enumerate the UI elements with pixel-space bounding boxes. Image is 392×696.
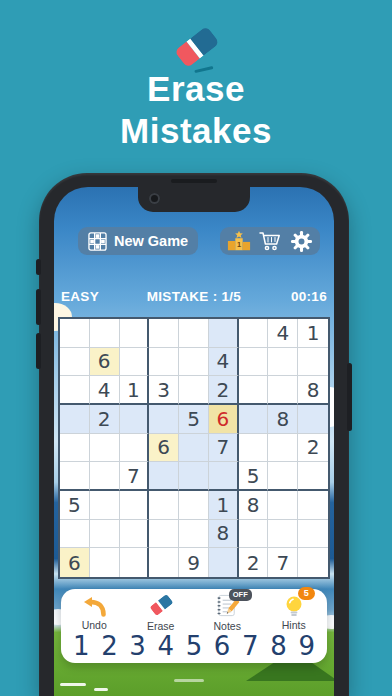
new-game-label: New Game [114,233,188,249]
cell-r5c8[interactable] [268,434,298,463]
cell-r5c4[interactable]: 6 [149,434,179,463]
cell-r1c5[interactable] [179,319,209,348]
cell-r2c5[interactable] [179,348,209,377]
cell-r5c5[interactable] [179,434,209,463]
cell-r6c9[interactable] [298,462,328,491]
cell-r6c7[interactable]: 5 [239,462,269,491]
cell-r9c2[interactable] [90,548,120,577]
cell-r7c9[interactable] [298,491,328,520]
volume-down-button [36,333,41,369]
cell-r3c1[interactable] [60,376,90,405]
cell-r2c1[interactable] [60,348,90,377]
cell-r1c2[interactable] [90,319,120,348]
cell-r2c4[interactable] [149,348,179,377]
cell-r8c9[interactable] [298,520,328,549]
cell-r6c5[interactable] [179,462,209,491]
undo-button[interactable]: Undo [61,593,128,631]
numpad-9[interactable]: 9 [298,632,315,660]
cell-r9c8[interactable]: 7 [268,548,298,577]
cell-r4c7[interactable] [239,405,269,434]
cell-r1c9[interactable]: 1 [298,319,328,348]
cell-r1c1[interactable] [60,319,90,348]
volume-up-button [36,289,41,325]
cell-r2c6[interactable]: 4 [209,348,239,377]
cell-r1c8[interactable]: 4 [268,319,298,348]
notes-label: Notes [214,620,241,632]
header-icon-pill: 1 [220,227,320,255]
cell-r6c6[interactable] [209,462,239,491]
hints-count-badge: 5 [298,587,315,600]
cell-r8c1[interactable] [60,520,90,549]
numpad-1[interactable]: 1 [73,632,90,660]
status-bar: EASY MISTAKE : 1/5 00:16 [61,289,327,304]
cell-r4c3[interactable] [120,405,150,434]
cell-r6c2[interactable] [90,462,120,491]
hints-button[interactable]: 5 Hints [261,593,328,631]
numpad-3[interactable]: 3 [129,632,146,660]
cell-r4c9[interactable] [298,405,328,434]
cell-r3c6[interactable]: 2 [209,376,239,405]
cell-r4c1[interactable] [60,405,90,434]
cell-r5c1[interactable] [60,434,90,463]
tools-row: Undo [61,589,327,631]
number-pad: 123456789 [61,631,327,660]
cell-r7c8[interactable] [268,491,298,520]
numpad-5[interactable]: 5 [186,632,203,660]
cell-r7c5[interactable] [179,491,209,520]
notes-button[interactable]: OFF Notes [194,593,261,631]
cell-r7c7[interactable]: 8 [239,491,269,520]
cell-r6c8[interactable] [268,462,298,491]
numpad-2[interactable]: 2 [101,632,118,660]
cell-r9c4[interactable] [149,548,179,577]
cell-r7c6[interactable]: 1 [209,491,239,520]
cell-r2c2[interactable]: 6 [90,348,120,377]
sudoku-grid-icon [88,232,107,251]
notes-icon: OFF [215,593,240,619]
cell-r8c2[interactable] [90,520,120,549]
phone-frame: New Game 1 [39,173,349,696]
mute-button [36,259,41,275]
cell-r3c7[interactable] [239,376,269,405]
cell-r1c3[interactable] [120,319,150,348]
lightbulb-icon: 5 [282,593,306,618]
cell-r3c3[interactable]: 1 [120,376,150,405]
svg-text:1: 1 [236,240,240,249]
power-button [347,363,352,431]
cell-r8c3[interactable] [120,520,150,549]
cell-r7c1[interactable]: 5 [60,491,90,520]
hero-title: Erase Mistakes [0,68,392,152]
cell-r9c6[interactable] [209,548,239,577]
cell-r4c8[interactable]: 8 [268,405,298,434]
cell-r5c6[interactable]: 7 [209,434,239,463]
cell-r3c4[interactable]: 3 [149,376,179,405]
cell-r9c3[interactable] [120,548,150,577]
cell-r7c4[interactable] [149,491,179,520]
cell-r9c7[interactable]: 2 [239,548,269,577]
cell-r3c8[interactable] [268,376,298,405]
phone-screen: New Game 1 [54,187,334,696]
numpad-4[interactable]: 4 [158,632,175,660]
cell-r3c5[interactable] [179,376,209,405]
cell-r4c6[interactable]: 6 [209,405,239,434]
new-game-button[interactable]: New Game [78,227,198,255]
erase-button[interactable]: Erase [128,593,195,631]
cell-r3c9[interactable]: 8 [298,376,328,405]
podium-icon[interactable]: 1 [226,228,252,254]
cell-r6c3[interactable]: 7 [120,462,150,491]
erase-label: Erase [147,620,174,632]
cell-r2c8[interactable] [268,348,298,377]
eraser-icon [145,593,177,619]
hints-label: Hints [282,619,306,631]
cell-r2c3[interactable] [120,348,150,377]
app-store-screenshot: Erase Mistakes [0,0,392,696]
cell-r3c2[interactable]: 4 [90,376,120,405]
cell-r4c4[interactable] [149,405,179,434]
grass-detail [60,683,86,686]
cell-r6c1[interactable] [60,462,90,491]
cell-r7c3[interactable] [120,491,150,520]
numpad-8[interactable]: 8 [270,632,287,660]
cell-r5c2[interactable] [90,434,120,463]
grass-detail [174,679,204,682]
cell-r8c8[interactable] [268,520,298,549]
numpad-7[interactable]: 7 [242,632,259,660]
cell-r1c4[interactable] [149,319,179,348]
timer: 00:16 [242,289,327,304]
cell-r1c6[interactable] [209,319,239,348]
cell-r5c9[interactable]: 2 [298,434,328,463]
notes-off-badge: OFF [229,589,252,601]
cell-r9c9[interactable] [298,548,328,577]
cell-r8c7[interactable] [239,520,269,549]
mistake-counter: MISTAKE : 1/5 [146,289,242,304]
cell-r8c4[interactable] [149,520,179,549]
difficulty-label: EASY [61,289,146,304]
cell-r2c9[interactable] [298,348,328,377]
hero-title-line2: Mistakes [0,110,392,152]
cell-r5c7[interactable] [239,434,269,463]
front-camera [149,193,160,204]
cell-r6c4[interactable] [149,462,179,491]
undo-label: Undo [82,619,107,631]
cell-r9c1[interactable]: 6 [60,548,90,577]
cell-r8c6[interactable]: 8 [209,520,239,549]
gear-icon[interactable] [289,228,315,254]
cell-r2c7[interactable] [239,348,269,377]
cell-r4c5[interactable]: 5 [179,405,209,434]
cell-r1c7[interactable] [239,319,269,348]
undo-icon [81,593,108,618]
cell-r8c5[interactable] [179,520,209,549]
app-header: New Game 1 [78,227,320,255]
cell-r5c3[interactable] [120,434,150,463]
hero-title-line1: Erase [0,68,392,110]
sudoku-board: 41644132825686727551886927 [58,317,330,579]
phone-notch [138,187,250,212]
cart-icon[interactable] [257,228,283,254]
numpad-6[interactable]: 6 [214,632,231,660]
cell-r9c5[interactable]: 9 [179,548,209,577]
cell-r4c2[interactable]: 2 [90,405,120,434]
cell-r7c2[interactable] [90,491,120,520]
grass-detail [94,688,108,691]
speaker-slit [171,179,217,183]
toolbar-card: Undo [61,589,327,663]
